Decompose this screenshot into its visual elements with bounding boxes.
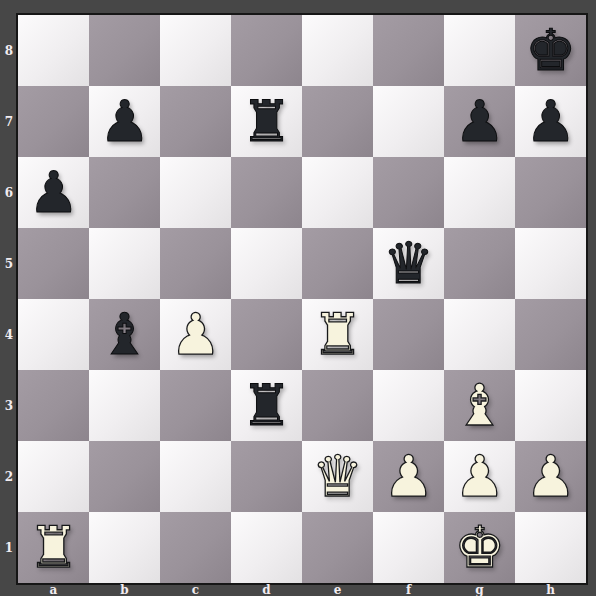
square-c7[interactable] xyxy=(160,86,231,157)
rank-label-6: 6 xyxy=(0,157,18,228)
square-b6[interactable] xyxy=(89,157,160,228)
square-e5[interactable] xyxy=(302,228,373,299)
square-a6[interactable]: ♟ xyxy=(18,157,89,228)
square-a2[interactable] xyxy=(18,441,89,512)
piece-black-rook[interactable]: ♜ xyxy=(241,370,292,441)
square-b3[interactable] xyxy=(89,370,160,441)
chess-board: ♚♟♜♟♟♟♛♝♟♜♜♝♛♟♟♟♜♚ xyxy=(18,15,586,583)
square-h6[interactable] xyxy=(515,157,586,228)
square-d4[interactable] xyxy=(231,299,302,370)
square-g4[interactable] xyxy=(444,299,515,370)
piece-black-queen[interactable]: ♛ xyxy=(383,228,434,299)
square-h4[interactable] xyxy=(515,299,586,370)
rank-label-1: 1 xyxy=(0,512,18,583)
square-f5[interactable]: ♛ xyxy=(373,228,444,299)
chess-board-frame: 87654321 ♚♟♜♟♟♟♛♝♟♜♜♝♛♟♟♟♜♚ abcdefgh xyxy=(0,0,596,596)
square-e3[interactable] xyxy=(302,370,373,441)
piece-white-pawn[interactable]: ♟ xyxy=(454,441,505,512)
square-f1[interactable] xyxy=(373,512,444,583)
square-f8[interactable] xyxy=(373,15,444,86)
file-label-e: e xyxy=(302,584,373,596)
square-d8[interactable] xyxy=(231,15,302,86)
square-e4[interactable]: ♜ xyxy=(302,299,373,370)
rank-label-2: 2 xyxy=(0,441,18,512)
square-d2[interactable] xyxy=(231,441,302,512)
piece-black-pawn[interactable]: ♟ xyxy=(454,86,505,157)
square-a7[interactable] xyxy=(18,86,89,157)
square-b4[interactable]: ♝ xyxy=(89,299,160,370)
square-c8[interactable] xyxy=(160,15,231,86)
rank-label-3: 3 xyxy=(0,370,18,441)
file-label-g: g xyxy=(444,584,515,596)
square-a1[interactable]: ♜ xyxy=(18,512,89,583)
square-g3[interactable]: ♝ xyxy=(444,370,515,441)
rank-label-8: 8 xyxy=(0,15,18,86)
square-f6[interactable] xyxy=(373,157,444,228)
square-h1[interactable] xyxy=(515,512,586,583)
square-d3[interactable]: ♜ xyxy=(231,370,302,441)
square-a3[interactable] xyxy=(18,370,89,441)
square-g1[interactable]: ♚ xyxy=(444,512,515,583)
square-c5[interactable] xyxy=(160,228,231,299)
square-d6[interactable] xyxy=(231,157,302,228)
square-h8[interactable]: ♚ xyxy=(515,15,586,86)
square-g8[interactable] xyxy=(444,15,515,86)
square-h5[interactable] xyxy=(515,228,586,299)
square-h3[interactable] xyxy=(515,370,586,441)
piece-black-pawn[interactable]: ♟ xyxy=(99,86,150,157)
square-d7[interactable]: ♜ xyxy=(231,86,302,157)
square-c1[interactable] xyxy=(160,512,231,583)
file-label-d: d xyxy=(231,584,302,596)
square-b5[interactable] xyxy=(89,228,160,299)
square-g5[interactable] xyxy=(444,228,515,299)
square-c2[interactable] xyxy=(160,441,231,512)
square-c3[interactable] xyxy=(160,370,231,441)
piece-white-rook[interactable]: ♜ xyxy=(312,299,363,370)
square-e1[interactable] xyxy=(302,512,373,583)
piece-black-pawn[interactable]: ♟ xyxy=(28,157,79,228)
square-e8[interactable] xyxy=(302,15,373,86)
piece-white-pawn[interactable]: ♟ xyxy=(383,441,434,512)
square-c6[interactable] xyxy=(160,157,231,228)
piece-white-bishop[interactable]: ♝ xyxy=(454,370,505,441)
square-e2[interactable]: ♛ xyxy=(302,441,373,512)
square-f7[interactable] xyxy=(373,86,444,157)
square-h2[interactable]: ♟ xyxy=(515,441,586,512)
square-b8[interactable] xyxy=(89,15,160,86)
piece-black-rook[interactable]: ♜ xyxy=(241,86,292,157)
square-c4[interactable]: ♟ xyxy=(160,299,231,370)
rank-label-5: 5 xyxy=(0,228,18,299)
square-a8[interactable] xyxy=(18,15,89,86)
piece-white-pawn[interactable]: ♟ xyxy=(170,299,221,370)
piece-white-pawn[interactable]: ♟ xyxy=(525,441,576,512)
piece-white-king[interactable]: ♚ xyxy=(454,512,505,583)
rank-label-4: 4 xyxy=(0,299,18,370)
piece-black-king[interactable]: ♚ xyxy=(525,15,576,86)
square-f3[interactable] xyxy=(373,370,444,441)
piece-black-pawn[interactable]: ♟ xyxy=(525,86,576,157)
square-h7[interactable]: ♟ xyxy=(515,86,586,157)
square-b1[interactable] xyxy=(89,512,160,583)
piece-white-queen[interactable]: ♛ xyxy=(312,441,363,512)
square-a5[interactable] xyxy=(18,228,89,299)
square-f4[interactable] xyxy=(373,299,444,370)
square-g2[interactable]: ♟ xyxy=(444,441,515,512)
square-g6[interactable] xyxy=(444,157,515,228)
square-d1[interactable] xyxy=(231,512,302,583)
square-e7[interactable] xyxy=(302,86,373,157)
file-label-h: h xyxy=(515,584,586,596)
square-b7[interactable]: ♟ xyxy=(89,86,160,157)
file-label-a: a xyxy=(18,584,89,596)
square-e6[interactable] xyxy=(302,157,373,228)
rank-labels: 87654321 xyxy=(0,15,18,583)
file-label-b: b xyxy=(89,584,160,596)
file-label-c: c xyxy=(160,584,231,596)
square-b2[interactable] xyxy=(89,441,160,512)
rank-label-7: 7 xyxy=(0,86,18,157)
piece-white-rook[interactable]: ♜ xyxy=(28,512,79,583)
file-labels: abcdefgh xyxy=(18,584,586,596)
piece-black-bishop[interactable]: ♝ xyxy=(99,299,150,370)
square-f2[interactable]: ♟ xyxy=(373,441,444,512)
file-label-f: f xyxy=(373,584,444,596)
square-a4[interactable] xyxy=(18,299,89,370)
square-d5[interactable] xyxy=(231,228,302,299)
square-g7[interactable]: ♟ xyxy=(444,86,515,157)
